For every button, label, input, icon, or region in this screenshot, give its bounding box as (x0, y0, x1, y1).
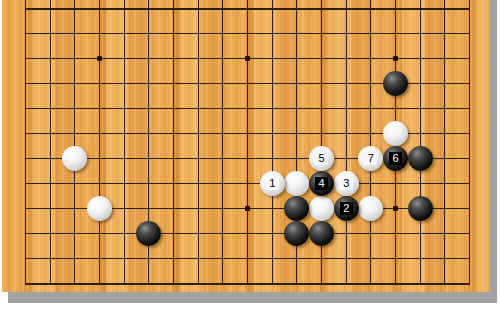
board-shadow-right (490, 0, 497, 303)
goban[interactable]: 1234567 (2, 0, 490, 292)
grid-vline (444, 0, 445, 284)
move-number: 2 (340, 202, 353, 215)
grid-vline (173, 0, 174, 284)
grid-hline (25, 233, 470, 234)
star-point (393, 206, 398, 211)
stone-white[interactable] (284, 171, 309, 196)
stone-black[interactable] (284, 196, 309, 221)
move-stone-1-white[interactable]: 1 (260, 171, 285, 196)
star-point (245, 56, 250, 61)
move-stone-3-white[interactable]: 3 (334, 171, 359, 196)
stone-white[interactable] (87, 196, 112, 221)
move-number: 5 (315, 152, 328, 165)
move-number: 1 (266, 177, 279, 190)
grid-vline (370, 0, 371, 284)
stone-black[interactable] (136, 221, 161, 246)
grid-vline (99, 0, 100, 284)
stone-black[interactable] (383, 71, 408, 96)
move-number: 3 (340, 177, 353, 190)
move-stone-2-black[interactable]: 2 (334, 196, 359, 221)
grid-vline (222, 0, 223, 284)
grid-hline (25, 8, 470, 10)
stone-white[interactable] (358, 196, 383, 221)
grid-vline (469, 0, 470, 284)
grid-vline (124, 0, 125, 284)
grid-vline (272, 0, 273, 284)
move-stone-6-black[interactable]: 6 (383, 146, 408, 171)
star-point (245, 206, 250, 211)
grid-hline (25, 283, 470, 285)
move-number: 4 (315, 177, 328, 190)
grid-hline (25, 183, 470, 184)
move-number: 7 (364, 152, 377, 165)
stone-black[interactable] (284, 221, 309, 246)
grid-vline (420, 0, 421, 284)
move-stone-7-white[interactable]: 7 (358, 146, 383, 171)
grid-hline (25, 33, 470, 34)
star-point (97, 56, 102, 61)
grid-hline (25, 258, 470, 259)
grid-vline (25, 0, 26, 284)
stone-black[interactable] (408, 146, 433, 171)
grid-vline (346, 0, 347, 284)
go-diagram-page: 1234567 (0, 0, 500, 310)
stone-white[interactable] (309, 196, 334, 221)
grid-vline (247, 0, 248, 284)
grid-vline (50, 0, 51, 284)
grid-vline (74, 0, 75, 284)
move-stone-4-black[interactable]: 4 (309, 171, 334, 196)
star-point (393, 56, 398, 61)
move-stone-5-white[interactable]: 5 (309, 146, 334, 171)
stone-white[interactable] (62, 146, 87, 171)
grid-hline (25, 108, 470, 109)
stone-white[interactable] (383, 121, 408, 146)
stone-black[interactable] (408, 196, 433, 221)
grid-vline (198, 0, 199, 284)
board-shadow-bottom (8, 292, 497, 303)
move-number: 6 (389, 152, 402, 165)
stone-black[interactable] (309, 221, 334, 246)
